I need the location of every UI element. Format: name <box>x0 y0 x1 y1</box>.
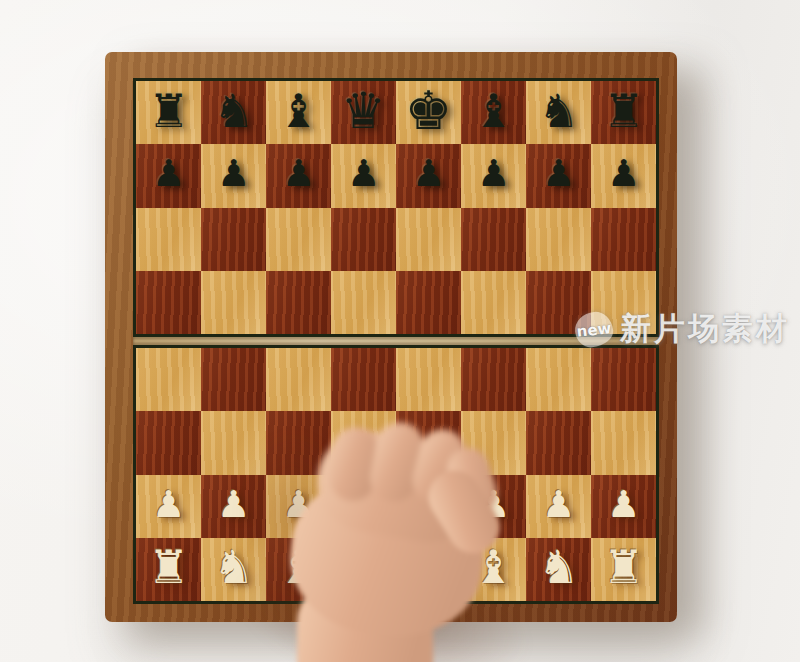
piece-black-pawn-g7[interactable]: ♟ <box>542 155 575 192</box>
piece-black-pawn-c7[interactable]: ♟ <box>282 155 315 192</box>
square-d6[interactable] <box>331 208 396 271</box>
piece-black-bishop-f8[interactable]: ♝ <box>473 88 514 134</box>
square-a6[interactable] <box>136 208 201 271</box>
square-e8[interactable]: ♚ <box>396 81 461 144</box>
piece-white-knight-b1[interactable]: ♞ <box>213 544 254 590</box>
piece-white-pawn-c2[interactable]: ♟ <box>282 486 315 523</box>
square-g3[interactable] <box>526 411 591 474</box>
piece-white-pawn-f2[interactable]: ♟ <box>477 486 510 523</box>
square-a8[interactable]: ♜ <box>136 81 201 144</box>
square-d5[interactable] <box>331 271 396 334</box>
square-f3[interactable] <box>461 411 526 474</box>
piece-white-knight-g1[interactable]: ♞ <box>538 544 579 590</box>
piece-white-pawn-d2[interactable]: ♟ <box>347 486 380 523</box>
piece-black-rook-h8[interactable]: ♜ <box>603 88 644 134</box>
square-g8[interactable]: ♞ <box>526 81 591 144</box>
square-d8[interactable]: ♛ <box>331 81 396 144</box>
board-top-half: ♜♞♝♛♚♝♞♜♟♟♟♟♟♟♟♟ <box>133 78 659 337</box>
square-d7[interactable]: ♟ <box>331 144 396 207</box>
piece-black-pawn-f7[interactable]: ♟ <box>477 155 510 192</box>
square-f4[interactable] <box>461 348 526 411</box>
piece-white-queen-d1[interactable]: ♛ <box>341 542 386 592</box>
square-f8[interactable]: ♝ <box>461 81 526 144</box>
square-e3[interactable] <box>396 411 461 474</box>
piece-black-pawn-d7[interactable]: ♟ <box>347 155 380 192</box>
watermark-new-badge: new <box>573 310 614 349</box>
piece-black-rook-a8[interactable]: ♜ <box>148 88 189 134</box>
square-a4[interactable] <box>136 348 201 411</box>
piece-black-queen-d8[interactable]: ♛ <box>341 86 386 136</box>
square-e4[interactable] <box>396 348 461 411</box>
square-a5[interactable] <box>136 271 201 334</box>
square-g4[interactable] <box>526 348 591 411</box>
piece-black-pawn-b7[interactable]: ♟ <box>217 155 250 192</box>
piece-white-pawn-a2[interactable]: ♟ <box>152 486 185 523</box>
watermark-text: 新片场素材 <box>620 308 790 350</box>
square-f6[interactable] <box>461 208 526 271</box>
square-b7[interactable]: ♟ <box>201 144 266 207</box>
square-h7[interactable]: ♟ <box>591 144 656 207</box>
square-c2[interactable]: ♟ <box>266 475 331 538</box>
square-d1[interactable]: ♛ <box>331 538 396 601</box>
watermark-badge-label: new <box>576 318 612 340</box>
square-b1[interactable]: ♞ <box>201 538 266 601</box>
square-c5[interactable] <box>266 271 331 334</box>
square-f1[interactable]: ♝ <box>461 538 526 601</box>
piece-black-knight-g8[interactable]: ♞ <box>538 88 579 134</box>
square-h1[interactable]: ♜ <box>591 538 656 601</box>
square-e2[interactable]: ♟ <box>396 475 461 538</box>
piece-black-pawn-a7[interactable]: ♟ <box>152 155 185 192</box>
square-h3[interactable] <box>591 411 656 474</box>
piece-black-pawn-e7[interactable]: ♟ <box>412 155 445 192</box>
square-b8[interactable]: ♞ <box>201 81 266 144</box>
square-b3[interactable] <box>201 411 266 474</box>
square-c3[interactable] <box>266 411 331 474</box>
square-g2[interactable]: ♟ <box>526 475 591 538</box>
piece-black-pawn-h7[interactable]: ♟ <box>607 155 640 192</box>
piece-white-pawn-e2[interactable]: ♟ <box>412 486 445 523</box>
square-a2[interactable]: ♟ <box>136 475 201 538</box>
square-g1[interactable]: ♞ <box>526 538 591 601</box>
square-f7[interactable]: ♟ <box>461 144 526 207</box>
square-h6[interactable] <box>591 208 656 271</box>
square-b2[interactable]: ♟ <box>201 475 266 538</box>
piece-white-bishop-f1[interactable]: ♝ <box>473 544 514 590</box>
square-e5[interactable] <box>396 271 461 334</box>
square-g7[interactable]: ♟ <box>526 144 591 207</box>
square-b4[interactable] <box>201 348 266 411</box>
square-e1[interactable]: ♚ <box>396 538 461 601</box>
square-c1[interactable]: ♝ <box>266 538 331 601</box>
piece-white-pawn-h2[interactable]: ♟ <box>607 486 640 523</box>
square-e6[interactable] <box>396 208 461 271</box>
square-b5[interactable] <box>201 271 266 334</box>
square-b6[interactable] <box>201 208 266 271</box>
piece-black-knight-b8[interactable]: ♞ <box>213 88 254 134</box>
piece-white-king-e1[interactable]: ♚ <box>405 541 453 594</box>
square-a7[interactable]: ♟ <box>136 144 201 207</box>
square-g6[interactable] <box>526 208 591 271</box>
square-h4[interactable] <box>591 348 656 411</box>
board-bottom-half: ♟♟♟♟♟♟♟♟♜♞♝♛♚♝♞♜ <box>133 345 659 604</box>
square-d2[interactable]: ♟ <box>331 475 396 538</box>
square-e7[interactable]: ♟ <box>396 144 461 207</box>
square-a1[interactable]: ♜ <box>136 538 201 601</box>
square-c8[interactable]: ♝ <box>266 81 331 144</box>
square-f5[interactable] <box>461 271 526 334</box>
piece-black-king-e8[interactable]: ♚ <box>405 84 453 137</box>
square-c7[interactable]: ♟ <box>266 144 331 207</box>
piece-white-rook-h1[interactable]: ♜ <box>603 544 644 590</box>
watermark: new 新片场素材 <box>575 309 790 349</box>
square-c4[interactable] <box>266 348 331 411</box>
piece-black-bishop-c8[interactable]: ♝ <box>278 88 319 134</box>
photo-background: ♜♞♝♛♚♝♞♜♟♟♟♟♟♟♟♟ ♟♟♟♟♟♟♟♟♜♞♝♛♚♝♞♜ new 新片… <box>0 0 800 662</box>
square-d4[interactable] <box>331 348 396 411</box>
square-c6[interactable] <box>266 208 331 271</box>
piece-white-bishop-c1[interactable]: ♝ <box>278 544 319 590</box>
piece-white-pawn-b2[interactable]: ♟ <box>217 486 250 523</box>
square-a3[interactable] <box>136 411 201 474</box>
square-h8[interactable]: ♜ <box>591 81 656 144</box>
piece-white-rook-a1[interactable]: ♜ <box>148 544 189 590</box>
square-f2[interactable]: ♟ <box>461 475 526 538</box>
square-d3[interactable] <box>331 411 396 474</box>
square-h2[interactable]: ♟ <box>591 475 656 538</box>
piece-white-pawn-g2[interactable]: ♟ <box>542 486 575 523</box>
